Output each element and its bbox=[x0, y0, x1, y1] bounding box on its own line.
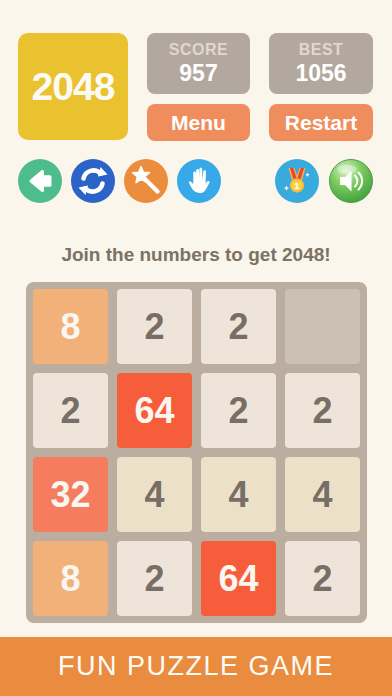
empty-cell-r1c4 bbox=[285, 289, 360, 364]
tile-32-r3c1: 32 bbox=[33, 457, 108, 532]
tile-2-r1c3: 2 bbox=[201, 289, 276, 364]
score-value: 957 bbox=[179, 60, 217, 87]
best-box: BEST 1056 bbox=[269, 33, 373, 94]
tile-4-r3c3: 4 bbox=[201, 457, 276, 532]
restart-button[interactable]: Restart bbox=[269, 104, 373, 141]
tile-4-r3c4: 4 bbox=[285, 457, 360, 532]
sound-on-icon bbox=[329, 159, 373, 203]
game-board[interactable]: 822264223244482642 bbox=[26, 282, 367, 623]
hand-icon bbox=[177, 159, 221, 203]
banner-text: FUN PUZZLE GAME bbox=[58, 651, 334, 682]
undo-button[interactable] bbox=[18, 159, 62, 203]
magic-wand-icon bbox=[124, 159, 168, 203]
score-label: SCORE bbox=[169, 41, 228, 59]
tile-2-r4c2: 2 bbox=[117, 541, 192, 616]
menu-button[interactable]: Menu bbox=[147, 104, 250, 141]
undo-icon bbox=[18, 159, 62, 203]
tile-2-r4c4: 2 bbox=[285, 541, 360, 616]
logo-tile: 2048 bbox=[18, 33, 128, 140]
tile-2-r2c4: 2 bbox=[285, 373, 360, 448]
best-value: 1056 bbox=[295, 60, 346, 87]
subtitle-text: Join the numbers to get 2048! bbox=[0, 244, 392, 266]
tile-64-r4c3: 64 bbox=[201, 541, 276, 616]
svg-text:1: 1 bbox=[294, 180, 300, 191]
toolbar: 1 bbox=[18, 159, 373, 203]
tile-4-r3c2: 4 bbox=[117, 457, 192, 532]
medal-achievements-icon: 1 bbox=[275, 159, 319, 203]
tile-2-r2c3: 2 bbox=[201, 373, 276, 448]
tile-2-r1c2: 2 bbox=[117, 289, 192, 364]
sync-restart-icon bbox=[71, 159, 115, 203]
best-label: BEST bbox=[299, 41, 344, 59]
tile-8-r1c1: 8 bbox=[33, 289, 108, 364]
sound-button[interactable] bbox=[329, 159, 373, 203]
tile-8-r4c1: 8 bbox=[33, 541, 108, 616]
logo-text: 2048 bbox=[32, 65, 115, 109]
tile-2-r2c1: 2 bbox=[33, 373, 108, 448]
toolbar-right-group: 1 bbox=[275, 159, 373, 203]
hand-button[interactable] bbox=[177, 159, 221, 203]
magic-wand-button[interactable] bbox=[124, 159, 168, 203]
bottom-banner: FUN PUZZLE GAME bbox=[0, 637, 392, 696]
score-box: SCORE 957 bbox=[147, 33, 250, 94]
achievements-button[interactable]: 1 bbox=[275, 159, 319, 203]
sync-restart-button[interactable] bbox=[71, 159, 115, 203]
toolbar-left-group bbox=[18, 159, 221, 203]
tile-64-r2c2: 64 bbox=[117, 373, 192, 448]
